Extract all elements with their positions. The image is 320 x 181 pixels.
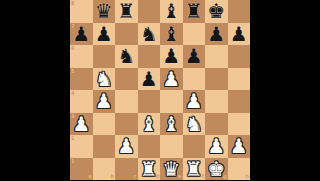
square-a2[interactable]: 2 [70, 135, 93, 158]
square-f1[interactable]: f♜ [183, 158, 206, 181]
piece-black-pawn: ♟ [207, 23, 225, 45]
coord-rank-8: 8 [71, 1, 74, 6]
square-e5[interactable]: ♟ [160, 68, 183, 91]
piece-black-pawn: ♟ [185, 45, 203, 67]
coord-rank-3: 3 [71, 114, 74, 119]
square-e8[interactable]: ♝ [160, 0, 183, 23]
square-c7[interactable] [115, 23, 138, 46]
piece-white-rook: ♜ [140, 158, 158, 180]
pillarbox-left [0, 0, 70, 180]
square-e1[interactable]: e♛ [160, 158, 183, 181]
square-d5[interactable]: ♟ [138, 68, 161, 91]
coord-rank-1: 1 [71, 159, 74, 164]
piece-white-pawn: ♟ [207, 135, 225, 157]
square-a6[interactable]: 6 [70, 45, 93, 68]
square-g6[interactable] [205, 45, 228, 68]
piece-white-pawn: ♟ [95, 90, 113, 112]
square-c8[interactable]: ♜ [115, 0, 138, 23]
coord-file-a: a [88, 174, 91, 179]
square-g3[interactable] [205, 113, 228, 136]
square-f4[interactable]: ♟ [183, 90, 206, 113]
square-d4[interactable] [138, 90, 161, 113]
square-h5[interactable] [228, 68, 251, 91]
coord-file-b: b [110, 174, 114, 179]
square-a3[interactable]: 3♟ [70, 113, 93, 136]
piece-black-knight: ♞ [140, 23, 158, 45]
pillarbox-right [250, 0, 320, 180]
piece-black-knight: ♞ [117, 45, 135, 67]
square-a1[interactable]: 1a [70, 158, 93, 181]
square-f6[interactable]: ♟ [183, 45, 206, 68]
square-c5[interactable] [115, 68, 138, 91]
square-a7[interactable]: 7♟ [70, 23, 93, 46]
square-e7[interactable]: ♝ [160, 23, 183, 46]
square-g5[interactable] [205, 68, 228, 91]
coord-file-e: e [178, 174, 181, 179]
square-c3[interactable] [115, 113, 138, 136]
square-h2[interactable]: ♟ [228, 135, 251, 158]
square-b2[interactable] [93, 135, 116, 158]
square-b6[interactable] [93, 45, 116, 68]
piece-white-bishop: ♝ [162, 113, 180, 135]
square-d7[interactable]: ♞ [138, 23, 161, 46]
square-g4[interactable] [205, 90, 228, 113]
square-h3[interactable] [228, 113, 251, 136]
piece-black-pawn: ♟ [162, 45, 180, 67]
piece-white-queen: ♛ [162, 158, 180, 180]
piece-black-pawn: ♟ [72, 23, 90, 45]
piece-white-bishop: ♝ [140, 113, 158, 135]
piece-white-pawn: ♟ [117, 135, 135, 157]
square-d1[interactable]: d♜ [138, 158, 161, 181]
square-g2[interactable]: ♟ [205, 135, 228, 158]
square-d6[interactable] [138, 45, 161, 68]
square-a5[interactable]: 5 [70, 68, 93, 91]
coord-rank-5: 5 [71, 69, 74, 74]
square-d3[interactable]: ♝ [138, 113, 161, 136]
coord-file-f: f [202, 174, 204, 179]
coord-file-c: c [134, 174, 137, 179]
square-d2[interactable] [138, 135, 161, 158]
square-h7[interactable]: ♟ [228, 23, 251, 46]
square-e3[interactable]: ♝ [160, 113, 183, 136]
square-c1[interactable]: c [115, 158, 138, 181]
piece-black-pawn: ♟ [230, 23, 248, 45]
piece-white-pawn: ♟ [185, 90, 203, 112]
piece-white-rook: ♜ [185, 158, 203, 180]
square-f3[interactable]: ♞ [183, 113, 206, 136]
square-g8[interactable]: ♚ [205, 0, 228, 23]
piece-black-rook: ♜ [185, 0, 203, 22]
square-b8[interactable]: ♛ [93, 0, 116, 23]
square-h6[interactable] [228, 45, 251, 68]
square-g1[interactable]: g♚ [205, 158, 228, 181]
square-f5[interactable] [183, 68, 206, 91]
coord-file-h: h [245, 174, 249, 179]
square-h8[interactable] [228, 0, 251, 23]
piece-white-knight: ♞ [95, 68, 113, 90]
square-c6[interactable]: ♞ [115, 45, 138, 68]
square-h1[interactable]: h [228, 158, 251, 181]
square-c4[interactable] [115, 90, 138, 113]
square-e4[interactable] [160, 90, 183, 113]
coord-file-d: d [155, 174, 159, 179]
piece-black-bishop: ♝ [162, 0, 180, 22]
square-a4[interactable]: 4 [70, 90, 93, 113]
square-b3[interactable] [93, 113, 116, 136]
coord-rank-2: 2 [71, 136, 74, 141]
square-b5[interactable]: ♞ [93, 68, 116, 91]
coord-file-g: g [223, 174, 227, 179]
piece-white-knight: ♞ [185, 113, 203, 135]
square-b7[interactable]: ♟ [93, 23, 116, 46]
piece-white-pawn: ♟ [230, 135, 248, 157]
piece-black-rook: ♜ [117, 0, 135, 22]
piece-white-pawn: ♟ [162, 68, 180, 90]
piece-black-bishop: ♝ [162, 23, 180, 45]
square-e6[interactable]: ♟ [160, 45, 183, 68]
piece-white-king: ♚ [207, 158, 225, 180]
square-f7[interactable] [183, 23, 206, 46]
square-b1[interactable]: b [93, 158, 116, 181]
piece-black-pawn: ♟ [95, 23, 113, 45]
square-f8[interactable]: ♜ [183, 0, 206, 23]
square-d8[interactable] [138, 0, 161, 23]
piece-black-pawn: ♟ [140, 68, 158, 90]
square-c2[interactable]: ♟ [115, 135, 138, 158]
piece-black-queen: ♛ [95, 0, 113, 22]
coord-rank-6: 6 [71, 46, 74, 51]
coord-rank-4: 4 [71, 91, 74, 96]
chess-board[interactable]: 8♛♜♝♜♚7♟♟♞♝♟♟6♞♟♟5♞♟♟4♟♟3♟♝♝♞2♟♟♟1abcd♜e… [70, 0, 250, 180]
square-b4[interactable]: ♟ [93, 90, 116, 113]
coord-rank-7: 7 [71, 24, 74, 29]
square-h4[interactable] [228, 90, 251, 113]
square-f2[interactable] [183, 135, 206, 158]
piece-black-king: ♚ [207, 0, 225, 22]
piece-white-pawn: ♟ [72, 113, 90, 135]
square-a8[interactable]: 8 [70, 0, 93, 23]
square-e2[interactable] [160, 135, 183, 158]
square-g7[interactable]: ♟ [205, 23, 228, 46]
video-frame: 8♛♜♝♜♚7♟♟♞♝♟♟6♞♟♟5♞♟♟4♟♟3♟♝♝♞2♟♟♟1abcd♜e… [0, 0, 320, 180]
